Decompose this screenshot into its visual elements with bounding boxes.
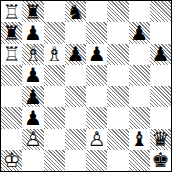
black-pawn-piece: ♟ (65, 44, 86, 65)
square-d2[interactable] (65, 129, 86, 150)
square-f6[interactable] (107, 44, 128, 65)
square-b4[interactable]: ♟ (22, 86, 43, 107)
square-b5[interactable]: ♟ (22, 65, 43, 86)
white-bishop-piece: ♝♗ (22, 44, 43, 65)
square-e2[interactable]: ♟♙ (86, 129, 107, 150)
white-rook-piece: ♜♖ (1, 44, 22, 65)
square-e8[interactable] (86, 1, 107, 22)
square-c5[interactable] (44, 65, 65, 86)
square-a2[interactable] (1, 129, 22, 150)
square-e3[interactable] (86, 107, 107, 128)
square-e5[interactable] (86, 65, 107, 86)
square-g5[interactable] (129, 65, 150, 86)
square-f7[interactable] (107, 22, 128, 43)
white-pawn-piece: ♟♙ (86, 129, 107, 150)
square-f1[interactable] (107, 150, 128, 171)
square-d3[interactable] (65, 107, 86, 128)
square-e1[interactable] (86, 150, 107, 171)
square-f5[interactable] (107, 65, 128, 86)
square-d7[interactable] (65, 22, 86, 43)
black-pawn-piece: ♟ (22, 107, 43, 128)
black-rook-piece: ♜ (1, 22, 22, 43)
square-h7[interactable] (150, 22, 171, 43)
black-pawn-piece: ♟ (150, 44, 171, 65)
white-king-piece: ♚♔ (1, 150, 22, 171)
square-h5[interactable] (150, 65, 171, 86)
square-d6[interactable]: ♟ (65, 44, 86, 65)
black-pawn-piece: ♟ (22, 86, 43, 107)
square-c7[interactable] (44, 22, 65, 43)
square-f4[interactable] (107, 86, 128, 107)
black-pawn-piece: ♟ (129, 22, 150, 43)
square-e4[interactable] (86, 86, 107, 107)
square-b8[interactable]: ♜ (22, 1, 43, 22)
square-g2[interactable]: ♝ (129, 129, 150, 150)
square-f8[interactable] (107, 1, 128, 22)
square-g7[interactable]: ♟ (129, 22, 150, 43)
white-rook-piece: ♜♖ (1, 1, 22, 22)
square-g3[interactable] (129, 107, 150, 128)
square-h6[interactable]: ♟ (150, 44, 171, 65)
square-h2[interactable]: ♛ (150, 129, 171, 150)
black-queen-piece: ♛ (150, 129, 171, 150)
black-pawn-piece: ♟ (22, 22, 43, 43)
square-a5[interactable] (1, 65, 22, 86)
square-g1[interactable] (129, 150, 150, 171)
square-a6[interactable]: ♜♖ (1, 44, 22, 65)
square-h4[interactable] (150, 86, 171, 107)
chess-diagram: ♜♖♜♞♜♟♟♜♖♝♗♝♗♟♟♟♟♟♟♟♙♟♙♝♛♚♔♚ (0, 0, 172, 172)
square-f3[interactable] (107, 107, 128, 128)
black-bishop-piece: ♝ (129, 129, 150, 150)
square-h8[interactable] (150, 1, 171, 22)
square-c2[interactable] (44, 129, 65, 150)
square-a4[interactable] (1, 86, 22, 107)
square-g6[interactable] (129, 44, 150, 65)
square-b1[interactable] (22, 150, 43, 171)
black-pawn-piece: ♟ (22, 65, 43, 86)
square-c3[interactable] (44, 107, 65, 128)
square-g4[interactable] (129, 86, 150, 107)
chessboard: ♜♖♜♞♜♟♟♜♖♝♗♝♗♟♟♟♟♟♟♟♙♟♙♝♛♚♔♚ (0, 0, 172, 172)
square-b2[interactable]: ♟♙ (22, 129, 43, 150)
square-e6[interactable]: ♟ (86, 44, 107, 65)
square-h3[interactable] (150, 107, 171, 128)
square-a3[interactable] (1, 107, 22, 128)
square-g8[interactable] (129, 1, 150, 22)
square-d1[interactable] (65, 150, 86, 171)
white-bishop-piece: ♝♗ (44, 44, 65, 65)
square-a8[interactable]: ♜♖ (1, 1, 22, 22)
black-pawn-piece: ♟ (86, 44, 107, 65)
square-b6[interactable]: ♝♗ (22, 44, 43, 65)
square-d8[interactable]: ♞ (65, 1, 86, 22)
square-d4[interactable] (65, 86, 86, 107)
black-rook-piece: ♜ (22, 1, 43, 22)
square-a1[interactable]: ♚♔ (1, 150, 22, 171)
black-king-piece: ♚ (150, 150, 171, 171)
square-h1[interactable]: ♚ (150, 150, 171, 171)
square-e7[interactable] (86, 22, 107, 43)
square-c6[interactable]: ♝♗ (44, 44, 65, 65)
square-c1[interactable] (44, 150, 65, 171)
square-b3[interactable]: ♟ (22, 107, 43, 128)
square-a7[interactable]: ♜ (1, 22, 22, 43)
black-knight-piece: ♞ (65, 1, 86, 22)
square-d5[interactable] (65, 65, 86, 86)
square-b7[interactable]: ♟ (22, 22, 43, 43)
square-f2[interactable] (107, 129, 128, 150)
square-c4[interactable] (44, 86, 65, 107)
square-c8[interactable] (44, 1, 65, 22)
white-pawn-piece: ♟♙ (22, 129, 43, 150)
